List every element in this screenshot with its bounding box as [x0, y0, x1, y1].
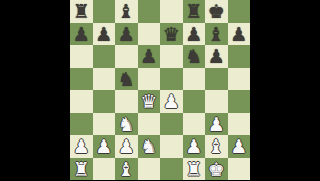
square-h8[interactable]: [228, 0, 251, 23]
square-e5[interactable]: [160, 68, 183, 91]
square-h3[interactable]: [228, 113, 251, 136]
white-pawn-piece[interactable]: ♟: [205, 113, 228, 136]
square-g8[interactable]: ♚: [205, 0, 228, 23]
square-e1[interactable]: [160, 158, 183, 181]
square-f7[interactable]: ♟: [183, 23, 206, 46]
square-a7[interactable]: ♟: [70, 23, 93, 46]
white-knight-piece[interactable]: ♞: [138, 135, 161, 158]
white-pawn-piece[interactable]: ♟: [93, 135, 116, 158]
square-a5[interactable]: [70, 68, 93, 91]
square-g5[interactable]: [205, 68, 228, 91]
black-knight-piece[interactable]: ♞: [115, 68, 138, 91]
square-g6[interactable]: ♟: [205, 45, 228, 68]
square-f4[interactable]: [183, 90, 206, 113]
square-e4[interactable]: ♟: [160, 90, 183, 113]
square-c3[interactable]: ♞: [115, 113, 138, 136]
black-rook-piece[interactable]: ♜: [183, 0, 206, 23]
square-h7[interactable]: ♟: [228, 23, 251, 46]
white-bishop-piece[interactable]: ♝: [205, 135, 228, 158]
square-g1[interactable]: ♚: [205, 158, 228, 181]
white-pawn-piece[interactable]: ♟: [228, 135, 251, 158]
square-c6[interactable]: [115, 45, 138, 68]
white-bishop-piece[interactable]: ♝: [115, 158, 138, 181]
white-pawn-piece[interactable]: ♟: [70, 135, 93, 158]
square-h1[interactable]: [228, 158, 251, 181]
letterbox-right: [250, 0, 320, 180]
square-f2[interactable]: ♟: [183, 135, 206, 158]
white-pawn-piece[interactable]: ♟: [160, 90, 183, 113]
letterbox-left: [0, 0, 70, 180]
square-a1[interactable]: ♜: [70, 158, 93, 181]
chess-board[interactable]: ♜♝♜♚♟♟♟♛♟♝♟♟♞♟♞♛♟♞♟♟♟♟♞♟♝♟♜♝♜♚: [70, 0, 250, 180]
square-c2[interactable]: ♟: [115, 135, 138, 158]
black-pawn-piece[interactable]: ♟: [70, 23, 93, 46]
white-queen-piece[interactable]: ♛: [138, 90, 161, 113]
square-a6[interactable]: [70, 45, 93, 68]
square-e6[interactable]: [160, 45, 183, 68]
white-pawn-piece[interactable]: ♟: [115, 135, 138, 158]
square-h4[interactable]: [228, 90, 251, 113]
square-d6[interactable]: ♟: [138, 45, 161, 68]
black-pawn-piece[interactable]: ♟: [138, 45, 161, 68]
square-e3[interactable]: [160, 113, 183, 136]
black-queen-piece[interactable]: ♛: [160, 23, 183, 46]
black-king-piece[interactable]: ♚: [205, 0, 228, 23]
square-c1[interactable]: ♝: [115, 158, 138, 181]
black-rook-piece[interactable]: ♜: [70, 0, 93, 23]
square-d1[interactable]: [138, 158, 161, 181]
black-bishop-piece[interactable]: ♝: [205, 23, 228, 46]
square-b6[interactable]: [93, 45, 116, 68]
square-e2[interactable]: [160, 135, 183, 158]
square-c8[interactable]: ♝: [115, 0, 138, 23]
square-d7[interactable]: [138, 23, 161, 46]
square-e8[interactable]: [160, 0, 183, 23]
black-pawn-piece[interactable]: ♟: [183, 23, 206, 46]
square-d3[interactable]: [138, 113, 161, 136]
white-king-piece[interactable]: ♚: [205, 158, 228, 181]
square-f5[interactable]: [183, 68, 206, 91]
square-d2[interactable]: ♞: [138, 135, 161, 158]
square-a4[interactable]: [70, 90, 93, 113]
square-d4[interactable]: ♛: [138, 90, 161, 113]
square-g4[interactable]: [205, 90, 228, 113]
square-f8[interactable]: ♜: [183, 0, 206, 23]
square-f6[interactable]: ♞: [183, 45, 206, 68]
square-b1[interactable]: [93, 158, 116, 181]
black-bishop-piece[interactable]: ♝: [115, 0, 138, 23]
black-knight-piece[interactable]: ♞: [183, 45, 206, 68]
white-pawn-piece[interactable]: ♟: [183, 135, 206, 158]
square-g7[interactable]: ♝: [205, 23, 228, 46]
black-pawn-piece[interactable]: ♟: [93, 23, 116, 46]
square-c4[interactable]: [115, 90, 138, 113]
square-b7[interactable]: ♟: [93, 23, 116, 46]
square-f1[interactable]: ♜: [183, 158, 206, 181]
square-f3[interactable]: [183, 113, 206, 136]
square-e7[interactable]: ♛: [160, 23, 183, 46]
square-h5[interactable]: [228, 68, 251, 91]
white-rook-piece[interactable]: ♜: [183, 158, 206, 181]
square-a3[interactable]: [70, 113, 93, 136]
square-a8[interactable]: ♜: [70, 0, 93, 23]
square-h6[interactable]: [228, 45, 251, 68]
square-c5[interactable]: ♞: [115, 68, 138, 91]
square-h2[interactable]: ♟: [228, 135, 251, 158]
square-g2[interactable]: ♝: [205, 135, 228, 158]
square-g3[interactable]: ♟: [205, 113, 228, 136]
square-d5[interactable]: [138, 68, 161, 91]
video-frame: ♜♝♜♚♟♟♟♛♟♝♟♟♞♟♞♛♟♞♟♟♟♟♞♟♝♟♜♝♜♚: [0, 0, 320, 180]
black-pawn-piece[interactable]: ♟: [115, 23, 138, 46]
black-pawn-piece[interactable]: ♟: [228, 23, 251, 46]
square-b8[interactable]: [93, 0, 116, 23]
square-b5[interactable]: [93, 68, 116, 91]
white-rook-piece[interactable]: ♜: [70, 158, 93, 181]
square-c7[interactable]: ♟: [115, 23, 138, 46]
black-pawn-piece[interactable]: ♟: [205, 45, 228, 68]
square-b2[interactable]: ♟: [93, 135, 116, 158]
square-a2[interactable]: ♟: [70, 135, 93, 158]
white-knight-piece[interactable]: ♞: [115, 113, 138, 136]
square-b4[interactable]: [93, 90, 116, 113]
square-b3[interactable]: [93, 113, 116, 136]
square-d8[interactable]: [138, 0, 161, 23]
